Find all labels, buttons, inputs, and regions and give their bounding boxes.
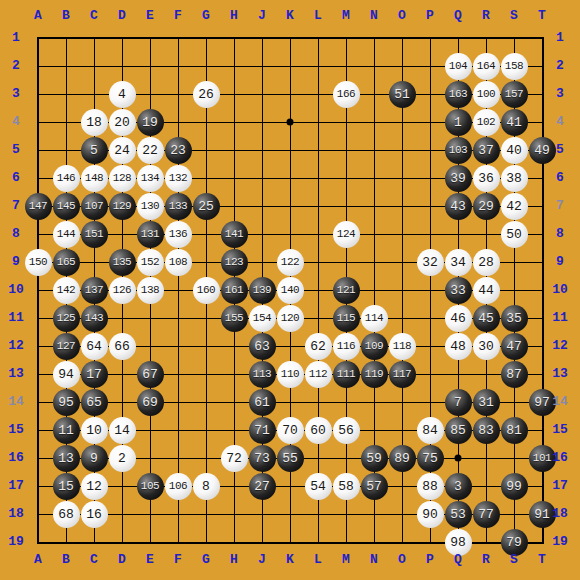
- row-label-left-12: 12: [0, 338, 32, 354]
- stone-black-N17: 57: [361, 473, 388, 500]
- stone-black-E17: 105: [137, 473, 164, 500]
- stone-white-Q12: 48: [445, 333, 472, 360]
- row-label-left-5: 5: [0, 142, 32, 158]
- stone-white-G10: 160: [193, 277, 220, 304]
- stone-black-S15: 81: [501, 417, 528, 444]
- stone-black-C10: 137: [81, 277, 108, 304]
- stone-black-N13: 119: [361, 361, 388, 388]
- row-label-left-6: 6: [0, 170, 32, 186]
- stone-white-L15: 60: [305, 417, 332, 444]
- stone-white-D3: 4: [109, 81, 136, 108]
- stone-black-Q4: 1: [445, 109, 472, 136]
- row-label-left-18: 18: [0, 506, 32, 522]
- row-label-left-16: 16: [0, 450, 32, 466]
- row-label-left-19: 19: [0, 534, 32, 550]
- stone-black-C7: 107: [81, 193, 108, 220]
- go-board: 1041641584261665116310015718201911024152…: [0, 0, 580, 580]
- stone-black-H10: 161: [221, 277, 248, 304]
- stone-white-R10: 44: [473, 277, 500, 304]
- stone-black-B15: 11: [53, 417, 80, 444]
- stone-white-S8: 50: [501, 221, 528, 248]
- stone-white-S7: 42: [501, 193, 528, 220]
- stone-black-E14: 69: [137, 389, 164, 416]
- stone-black-R5: 37: [473, 137, 500, 164]
- stone-white-C12: 64: [81, 333, 108, 360]
- stone-white-Q11: 46: [445, 305, 472, 332]
- row-label-right-1: 1: [544, 30, 576, 46]
- stone-black-M13: 111: [333, 361, 360, 388]
- stone-black-J14: 61: [249, 389, 276, 416]
- row-label-right-3: 3: [544, 86, 576, 102]
- stone-black-O3: 51: [389, 81, 416, 108]
- row-label-right-8: 8: [544, 226, 576, 242]
- stone-black-K16: 55: [277, 445, 304, 472]
- stone-white-S2: 158: [501, 53, 528, 80]
- stone-black-P16: 75: [417, 445, 444, 472]
- stone-black-M10: 121: [333, 277, 360, 304]
- row-label-right-2: 2: [544, 58, 576, 74]
- stone-white-P17: 88: [417, 473, 444, 500]
- row-label-right-9: 9: [544, 254, 576, 270]
- row-label-right-14: 14: [544, 394, 576, 410]
- stone-white-D10: 126: [109, 277, 136, 304]
- stone-white-L12: 62: [305, 333, 332, 360]
- stone-black-E8: 131: [137, 221, 164, 248]
- board-grid[interactable]: 1041641584261665116310015718201911024152…: [24, 24, 556, 556]
- row-label-right-5: 5: [544, 142, 576, 158]
- stone-black-D7: 129: [109, 193, 136, 220]
- stone-white-E5: 22: [137, 137, 164, 164]
- row-label-left-2: 2: [0, 58, 32, 74]
- row-label-right-4: 4: [544, 114, 576, 130]
- stone-white-P18: 90: [417, 501, 444, 528]
- row-label-right-16: 16: [544, 450, 576, 466]
- stone-white-M15: 56: [333, 417, 360, 444]
- stone-white-F6: 132: [165, 165, 192, 192]
- row-label-left-13: 13: [0, 366, 32, 382]
- row-label-right-7: 7: [544, 198, 576, 214]
- stone-white-D12: 66: [109, 333, 136, 360]
- stone-white-E10: 138: [137, 277, 164, 304]
- stone-white-L13: 112: [305, 361, 332, 388]
- stone-white-E6: 134: [137, 165, 164, 192]
- stone-black-S4: 41: [501, 109, 528, 136]
- stone-black-M11: 115: [333, 305, 360, 332]
- stone-white-K10: 140: [277, 277, 304, 304]
- stone-white-K15: 70: [277, 417, 304, 444]
- stone-black-R7: 29: [473, 193, 500, 220]
- stone-white-M8: 124: [333, 221, 360, 248]
- stone-white-R12: 30: [473, 333, 500, 360]
- row-label-left-14: 14: [0, 394, 32, 410]
- stone-white-D16: 2: [109, 445, 136, 472]
- stone-white-B10: 142: [53, 277, 80, 304]
- stone-white-P15: 84: [417, 417, 444, 444]
- stone-black-J10: 139: [249, 277, 276, 304]
- stone-black-N16: 59: [361, 445, 388, 472]
- stone-black-R15: 83: [473, 417, 500, 444]
- stone-white-Q2: 104: [445, 53, 472, 80]
- stone-white-M3: 166: [333, 81, 360, 108]
- row-label-right-15: 15: [544, 422, 576, 438]
- stone-white-G3: 26: [193, 81, 220, 108]
- stone-black-Q6: 39: [445, 165, 472, 192]
- stone-white-D4: 20: [109, 109, 136, 136]
- row-label-left-10: 10: [0, 282, 32, 298]
- stone-black-E4: 19: [137, 109, 164, 136]
- stone-black-Q15: 85: [445, 417, 472, 444]
- row-label-right-19: 19: [544, 534, 576, 550]
- stone-black-C13: 17: [81, 361, 108, 388]
- stone-black-Q3: 163: [445, 81, 472, 108]
- stone-white-O12: 118: [389, 333, 416, 360]
- stone-white-F8: 136: [165, 221, 192, 248]
- stone-black-C5: 5: [81, 137, 108, 164]
- stone-black-G7: 25: [193, 193, 220, 220]
- row-label-right-6: 6: [544, 170, 576, 186]
- stone-black-Q18: 53: [445, 501, 472, 528]
- stone-white-R3: 100: [473, 81, 500, 108]
- stone-black-F7: 133: [165, 193, 192, 220]
- stone-black-B14: 95: [53, 389, 80, 416]
- stone-white-S5: 40: [501, 137, 528, 164]
- stone-white-B13: 94: [53, 361, 80, 388]
- stone-black-F5: 23: [165, 137, 192, 164]
- row-label-left-11: 11: [0, 310, 32, 326]
- stone-black-J12: 63: [249, 333, 276, 360]
- stone-black-O16: 89: [389, 445, 416, 472]
- stone-black-B9: 165: [53, 249, 80, 276]
- stone-white-D5: 24: [109, 137, 136, 164]
- row-label-left-8: 8: [0, 226, 32, 242]
- stone-white-E9: 152: [137, 249, 164, 276]
- row-label-right-12: 12: [544, 338, 576, 354]
- stone-black-Q14: 7: [445, 389, 472, 416]
- row-label-left-1: 1: [0, 30, 32, 46]
- row-label-right-13: 13: [544, 366, 576, 382]
- row-label-left-3: 3: [0, 86, 32, 102]
- stone-black-H11: 155: [221, 305, 248, 332]
- stone-white-B8: 144: [53, 221, 80, 248]
- stone-black-D9: 135: [109, 249, 136, 276]
- row-label-right-11: 11: [544, 310, 576, 326]
- stone-white-Q9: 34: [445, 249, 472, 276]
- col-label-bottom-T: T: [526, 552, 558, 568]
- stone-white-M17: 58: [333, 473, 360, 500]
- stone-white-R6: 36: [473, 165, 500, 192]
- stone-white-C17: 12: [81, 473, 108, 500]
- stone-black-J15: 71: [249, 417, 276, 444]
- stone-black-R11: 45: [473, 305, 500, 332]
- stone-white-C4: 18: [81, 109, 108, 136]
- stone-white-K13: 110: [277, 361, 304, 388]
- stone-white-P9: 32: [417, 249, 444, 276]
- stone-white-M12: 116: [333, 333, 360, 360]
- stone-black-O13: 117: [389, 361, 416, 388]
- row-label-right-17: 17: [544, 478, 576, 494]
- stone-white-R9: 28: [473, 249, 500, 276]
- stone-black-S13: 87: [501, 361, 528, 388]
- stone-black-C16: 9: [81, 445, 108, 472]
- row-label-right-10: 10: [544, 282, 576, 298]
- stone-black-N12: 109: [361, 333, 388, 360]
- stone-white-C18: 16: [81, 501, 108, 528]
- stone-white-B18: 68: [53, 501, 80, 528]
- stone-white-D6: 128: [109, 165, 136, 192]
- stone-white-J11: 154: [249, 305, 276, 332]
- stone-black-B11: 125: [53, 305, 80, 332]
- stone-black-B17: 15: [53, 473, 80, 500]
- stone-white-R2: 164: [473, 53, 500, 80]
- stone-white-D15: 14: [109, 417, 136, 444]
- stone-black-Q10: 33: [445, 277, 472, 304]
- stone-black-C14: 65: [81, 389, 108, 416]
- stone-black-B16: 13: [53, 445, 80, 472]
- row-label-left-9: 9: [0, 254, 32, 270]
- stone-black-R14: 31: [473, 389, 500, 416]
- stone-white-H16: 72: [221, 445, 248, 472]
- stone-black-B7: 145: [53, 193, 80, 220]
- stone-black-C8: 151: [81, 221, 108, 248]
- stone-black-S12: 47: [501, 333, 528, 360]
- stone-black-H9: 123: [221, 249, 248, 276]
- row-label-left-17: 17: [0, 478, 32, 494]
- stone-white-C6: 148: [81, 165, 108, 192]
- stone-black-S17: 99: [501, 473, 528, 500]
- row-label-left-7: 7: [0, 198, 32, 214]
- stone-white-S6: 38: [501, 165, 528, 192]
- stone-black-E13: 67: [137, 361, 164, 388]
- stone-black-J16: 73: [249, 445, 276, 472]
- stone-black-C11: 143: [81, 305, 108, 332]
- row-label-right-18: 18: [544, 506, 576, 522]
- stone-white-F17: 106: [165, 473, 192, 500]
- stone-black-Q17: 3: [445, 473, 472, 500]
- stone-black-B12: 127: [53, 333, 80, 360]
- stone-black-J17: 27: [249, 473, 276, 500]
- stone-white-B6: 146: [53, 165, 80, 192]
- stone-black-S3: 157: [501, 81, 528, 108]
- stone-white-G17: 8: [193, 473, 220, 500]
- stone-white-C15: 10: [81, 417, 108, 444]
- stone-black-Q5: 103: [445, 137, 472, 164]
- stone-white-F9: 108: [165, 249, 192, 276]
- stone-black-J13: 113: [249, 361, 276, 388]
- stone-black-H8: 141: [221, 221, 248, 248]
- stone-white-L17: 54: [305, 473, 332, 500]
- stone-white-K9: 122: [277, 249, 304, 276]
- row-label-left-15: 15: [0, 422, 32, 438]
- col-label-top-T: T: [526, 8, 558, 24]
- row-label-left-4: 4: [0, 114, 32, 130]
- stone-black-R18: 77: [473, 501, 500, 528]
- stone-white-E7: 130: [137, 193, 164, 220]
- stone-black-Q7: 43: [445, 193, 472, 220]
- stone-white-N11: 114: [361, 305, 388, 332]
- stone-white-R4: 102: [473, 109, 500, 136]
- stone-black-S11: 35: [501, 305, 528, 332]
- stone-white-K11: 120: [277, 305, 304, 332]
